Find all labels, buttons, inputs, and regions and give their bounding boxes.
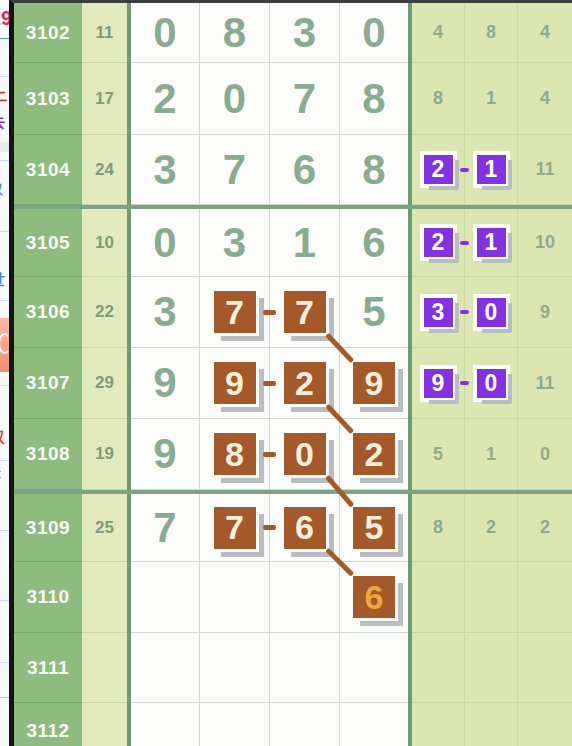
- cell-3106-r2: 0: [465, 277, 518, 348]
- cell-3107-d2: 9: [200, 348, 270, 419]
- cell-3109-d3: 6: [270, 494, 340, 562]
- cell-3111-d3: [270, 633, 340, 703]
- page-divider-line: [0, 38, 9, 39]
- page-divider-line: [0, 300, 9, 301]
- cell-3109-d2: 7: [200, 494, 270, 562]
- floating-button-fragment[interactable]: [0, 318, 9, 372]
- cell-3111-r3: [518, 633, 572, 703]
- d4-text: 8: [362, 75, 385, 123]
- cell-3107-d4: 9: [340, 348, 408, 419]
- brown-highlight-box: 9: [353, 362, 395, 404]
- clipped-text-fragment: 世: [0, 272, 5, 287]
- cell-3103-r1: 8: [412, 63, 465, 135]
- cell-3105-sum: 10: [82, 209, 127, 277]
- cell-3112-r3: [518, 703, 572, 746]
- cell-3104-d2: 7: [200, 135, 270, 205]
- cell-3103-d4: 8: [340, 63, 408, 135]
- brown-highlight-box: 2: [284, 362, 326, 404]
- clipped-text-fragment: 双: [0, 183, 3, 196]
- cell-3112-d2: [200, 703, 270, 746]
- cell-3104-r3: 11: [518, 135, 572, 205]
- brown-highlight-box: 7: [214, 291, 256, 333]
- page-divider-line: [0, 385, 9, 386]
- cell-3107-sum: 29: [82, 348, 127, 419]
- cell-3105-d2: 3: [200, 209, 270, 277]
- cell-3108-d4: 2: [340, 419, 408, 490]
- cell-3110-d4: 6: [340, 562, 408, 633]
- brown-highlight-box: 5: [353, 507, 395, 549]
- brown-highlight-box: 8: [214, 433, 256, 475]
- cell-3102-sum: 11: [82, 3, 127, 63]
- issue-text: 3108: [26, 443, 70, 465]
- cell-3103-sum: 17: [82, 63, 127, 135]
- cell-3104-sum: 24: [82, 135, 127, 205]
- cell-3108-d2: 8: [200, 419, 270, 490]
- box-digit: 8: [225, 435, 244, 474]
- issue-text: 3107: [26, 372, 70, 394]
- cell-3109-d1: 7: [131, 494, 200, 562]
- cell-3111-r2: [465, 633, 518, 703]
- cell-3112-sum: [82, 703, 127, 746]
- d2-text: 0: [223, 75, 246, 123]
- box-digit: 2: [432, 229, 445, 256]
- issue-text: 3106: [26, 301, 70, 323]
- d1-text: 7: [153, 504, 176, 552]
- cell-3107-r3: 11: [518, 348, 572, 419]
- box-digit: 5: [365, 508, 384, 547]
- cell-3104-d3: 6: [270, 135, 340, 205]
- r3-text: 4: [540, 22, 550, 43]
- r3-text: 2: [540, 517, 550, 538]
- r1-text: 4: [433, 22, 443, 43]
- cell-3103-r2: 1: [465, 63, 518, 135]
- d4-text: 0: [362, 9, 385, 57]
- sum-text: 22: [95, 302, 114, 322]
- sum-text: 11: [96, 23, 114, 43]
- cell-3102-r3: 4: [518, 3, 572, 63]
- cell-3102-d2: 8: [200, 3, 270, 63]
- cell-3103-issue: 3103: [14, 63, 82, 135]
- cell-3109-issue: 3109: [14, 494, 82, 562]
- d4-text: 6: [362, 219, 385, 267]
- issue-text: 3102: [26, 22, 70, 44]
- purple-highlight-box: 1: [473, 224, 510, 261]
- cell-3106-d3: 7: [270, 277, 340, 348]
- d1-text: 0: [153, 219, 176, 267]
- r1-text: 8: [433, 88, 443, 109]
- cell-3102-d1: 0: [131, 3, 200, 63]
- r2-text: 1: [486, 88, 496, 109]
- d2-text: 7: [223, 146, 246, 194]
- r3-text: 11: [535, 159, 554, 180]
- cell-3108-r3: 0: [518, 419, 572, 490]
- purple-highlight-box: 1: [473, 151, 510, 188]
- cell-3104-d4: 8: [340, 135, 408, 205]
- list-divider-band: [0, 142, 9, 152]
- cell-3107-d1: 9: [131, 348, 200, 419]
- cell-3106-r3: 9: [518, 277, 572, 348]
- page-divider-line: [0, 600, 9, 601]
- cell-3108-sum: 19: [82, 419, 127, 490]
- r2-text: 2: [486, 517, 496, 538]
- box-digit: 0: [485, 370, 498, 397]
- brown-highlight-box: 7: [284, 291, 326, 333]
- cell-3109-sum: 25: [82, 494, 127, 562]
- issue-text: 3110: [26, 586, 69, 608]
- issue-text: 3109: [26, 517, 70, 539]
- sum-text: 29: [95, 373, 114, 393]
- box-digit: 2: [432, 156, 445, 183]
- cell-3105-d1: 0: [131, 209, 200, 277]
- cell-3112-d1: [131, 703, 200, 746]
- cell-3112-d4: [340, 703, 408, 746]
- r3-text: 4: [540, 88, 550, 109]
- clipped-text-fragment: 上: [0, 86, 7, 103]
- cell-3103-r3: 4: [518, 63, 572, 135]
- cell-3108-issue: 3108: [14, 419, 82, 490]
- cell-3110-d2: [200, 562, 270, 633]
- clipped-text-fragment: 29: [0, 8, 9, 28]
- page-divider-line: [0, 231, 9, 232]
- d1-text: 3: [153, 146, 176, 194]
- cell-3107-issue: 3107: [14, 348, 82, 419]
- cell-3110-d3: [270, 562, 340, 633]
- d3-text: 6: [293, 146, 316, 194]
- purple-highlight-box: 9: [420, 365, 457, 402]
- box-digit: 9: [225, 364, 244, 403]
- cell-3103-d3: 7: [270, 63, 340, 135]
- cell-3109-r1: 8: [412, 494, 465, 562]
- cell-3106-d1: 3: [131, 277, 200, 348]
- page-divider-line: [0, 160, 9, 161]
- page-divider-line: [0, 697, 9, 698]
- sum-text: 25: [95, 518, 114, 538]
- cell-3108-d3: 0: [270, 419, 340, 490]
- cell-3106-issue: 3106: [14, 277, 82, 348]
- cell-3104-issue: 3104: [14, 135, 82, 205]
- sum-text: 17: [95, 89, 114, 109]
- cell-3104-d1: 3: [131, 135, 200, 205]
- cell-3102-issue: 3102: [14, 3, 82, 63]
- issue-text: 3104: [26, 159, 70, 181]
- d2-text: 3: [223, 219, 246, 267]
- box-digit: 6: [365, 578, 384, 617]
- cell-3111-d4: [340, 633, 408, 703]
- box-digit: 9: [365, 364, 384, 403]
- cell-3111-issue: 3111: [14, 633, 82, 703]
- d1-text: 9: [153, 430, 176, 478]
- purple-highlight-box: 0: [473, 365, 510, 402]
- brown-highlight-box: 7: [214, 507, 256, 549]
- page-divider-line: [0, 460, 9, 461]
- cell-3105-r2: 1: [465, 209, 518, 277]
- cell-3102-r2: 8: [465, 3, 518, 63]
- box-digit: 0: [295, 435, 314, 474]
- trend-chart-table: 3102110830484310317207881431042437682111…: [9, 0, 572, 746]
- clipped-text-fragment: 世: [0, 468, 1, 479]
- d3-text: 7: [293, 75, 316, 123]
- cell-3103-d2: 0: [200, 63, 270, 135]
- brown-highlight-box: 6: [353, 576, 395, 618]
- brown-highlight-box: 9: [214, 362, 256, 404]
- cell-3110-r2: [465, 562, 518, 633]
- d3-text: 3: [293, 9, 316, 57]
- cell-3110-issue: 3110: [14, 562, 82, 633]
- purple-highlight-box: 0: [473, 294, 510, 331]
- cell-3111-d1: [131, 633, 200, 703]
- d3-text: 1: [293, 219, 316, 267]
- purple-highlight-box: 3: [420, 294, 457, 331]
- cell-3112-issue: 3112: [14, 703, 82, 746]
- screen: 29上去双世双世 3102110830484310317207881431042…: [0, 0, 572, 746]
- cell-3106-sum: 22: [82, 277, 127, 348]
- issue-text: 3103: [26, 88, 70, 110]
- cell-3105-issue: 3105: [14, 209, 82, 277]
- cell-3110-r1: [412, 562, 465, 633]
- r1-text: 8: [433, 517, 443, 538]
- r2-text: 1: [486, 444, 496, 465]
- box-digit: 9: [432, 370, 445, 397]
- issue-text: 3112: [26, 720, 69, 742]
- sum-text: 19: [95, 444, 114, 464]
- d4-text: 5: [362, 288, 385, 336]
- cell-3112-d3: [270, 703, 340, 746]
- background-page-sliver: 29上去双世双世: [0, 0, 9, 746]
- cell-3111-d2: [200, 633, 270, 703]
- r3-text: 11: [535, 373, 554, 394]
- brown-highlight-box: 2: [353, 433, 395, 475]
- page-divider-line: [0, 662, 9, 663]
- clipped-text-fragment: 双: [0, 430, 5, 445]
- cell-3109-r3: 2: [518, 494, 572, 562]
- purple-highlight-box: 2: [420, 224, 457, 261]
- cell-3109-d4: 5: [340, 494, 408, 562]
- cell-3106-r1: 3: [412, 277, 465, 348]
- r3-text: 9: [540, 302, 550, 323]
- d1-text: 0: [153, 9, 176, 57]
- cell-3105-r1: 2: [412, 209, 465, 277]
- sum-text: 24: [95, 160, 114, 180]
- cell-3106-d4: 5: [340, 277, 408, 348]
- d1-text: 9: [153, 359, 176, 407]
- cell-3106-d2: 7: [200, 277, 270, 348]
- box-digit: 0: [485, 299, 498, 326]
- cell-3110-r3: [518, 562, 572, 633]
- cell-3109-r2: 2: [465, 494, 518, 562]
- issue-text: 3111: [27, 657, 69, 679]
- r1-text: 5: [433, 444, 443, 465]
- cell-3104-r1: 2: [412, 135, 465, 205]
- clipped-text-fragment: 去: [0, 114, 5, 129]
- cell-3104-r2: 1: [465, 135, 518, 205]
- cell-3108-d1: 9: [131, 419, 200, 490]
- r3-text: 10: [535, 232, 555, 253]
- cell-3107-r1: 9: [412, 348, 465, 419]
- cell-3108-r2: 1: [465, 419, 518, 490]
- cell-3108-r1: 5: [412, 419, 465, 490]
- box-digit: 2: [365, 435, 384, 474]
- box-digit: 7: [295, 293, 314, 332]
- box-digit: 7: [225, 508, 244, 547]
- box-digit: 1: [485, 156, 498, 183]
- cell-3105-r3: 10: [518, 209, 572, 277]
- cell-3103-d1: 2: [131, 63, 200, 135]
- cell-3107-r2: 0: [465, 348, 518, 419]
- cell-3110-d1: [131, 562, 200, 633]
- r3-text: 0: [540, 444, 550, 465]
- cell-3102-d4: 0: [340, 3, 408, 63]
- issue-text: 3105: [26, 232, 70, 254]
- brown-highlight-box: 0: [284, 433, 326, 475]
- trend-grid: 3102110830484310317207881431042437682111…: [14, 3, 572, 746]
- box-digit: 3: [432, 299, 445, 326]
- cell-3102-d3: 3: [270, 3, 340, 63]
- cell-3105-d4: 6: [340, 209, 408, 277]
- box-digit: 7: [225, 293, 244, 332]
- cell-3111-sum: [82, 633, 127, 703]
- d1-text: 2: [153, 75, 176, 123]
- d1-text: 3: [153, 288, 176, 336]
- box-digit: 6: [295, 508, 314, 547]
- cell-3107-d3: 2: [270, 348, 340, 419]
- cell-3111-r1: [412, 633, 465, 703]
- page-divider-line: [0, 530, 9, 531]
- page-divider-line: [0, 76, 9, 77]
- cell-3112-r1: [412, 703, 465, 746]
- box-digit: 1: [485, 229, 498, 256]
- cell-3112-r2: [465, 703, 518, 746]
- d4-text: 8: [362, 146, 385, 194]
- r2-text: 8: [486, 22, 496, 43]
- cell-3110-sum: [82, 562, 127, 633]
- brown-highlight-box: 6: [284, 507, 326, 549]
- cell-3102-r1: 4: [412, 3, 465, 63]
- box-digit: 2: [295, 364, 314, 403]
- cell-3105-d3: 1: [270, 209, 340, 277]
- sum-text: 10: [95, 233, 114, 253]
- d2-text: 8: [223, 9, 246, 57]
- purple-highlight-box: 2: [420, 151, 457, 188]
